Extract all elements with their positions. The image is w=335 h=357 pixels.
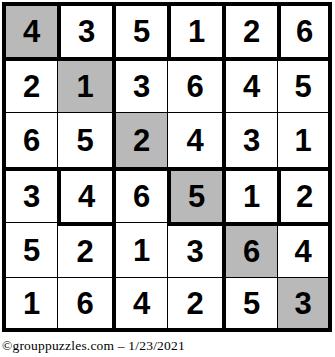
cell-r1c2: 3 <box>57 2 112 57</box>
cell-r4c6: 2 <box>277 167 332 222</box>
cell-r3c6: 1 <box>277 112 332 167</box>
cell-r4c4: 5 <box>167 167 222 222</box>
cell-r6c5: 5 <box>222 277 277 332</box>
cell-r5c6: 4 <box>277 222 332 277</box>
cell-r1c6: 6 <box>277 2 332 57</box>
cell-r2c5: 4 <box>222 57 277 112</box>
cell-r3c2: 5 <box>57 112 112 167</box>
cell-r6c2: 6 <box>57 277 112 332</box>
cell-r4c5: 1 <box>222 167 277 222</box>
cell-r3c5: 3 <box>222 112 277 167</box>
cell-r5c5: 6 <box>222 222 277 277</box>
cell-r5c3: 1 <box>112 222 167 277</box>
cell-r1c5: 2 <box>222 2 277 57</box>
copyright-footer: ©grouppuzzles.com – 1/23/2021 <box>2 338 185 354</box>
cell-r3c4: 4 <box>167 112 222 167</box>
cell-r6c6: 3 <box>277 277 332 332</box>
cell-r6c1: 1 <box>2 277 57 332</box>
cell-r3c3: 2 <box>112 112 167 167</box>
cell-r4c2: 4 <box>57 167 112 222</box>
puzzle-image: 435126213645652431346512521364164253 ©gr… <box>0 0 335 357</box>
cell-r2c6: 5 <box>277 57 332 112</box>
cell-r4c1: 3 <box>2 167 57 222</box>
cell-r5c1: 5 <box>2 222 57 277</box>
cell-r6c4: 2 <box>167 277 222 332</box>
cell-r1c3: 5 <box>112 2 167 57</box>
cell-r2c1: 2 <box>2 57 57 112</box>
cell-r4c3: 6 <box>112 167 167 222</box>
cell-r2c2: 1 <box>57 57 112 112</box>
cell-r1c4: 1 <box>167 2 222 57</box>
cell-r5c2: 2 <box>57 222 112 277</box>
cell-r2c4: 6 <box>167 57 222 112</box>
cell-r5c4: 3 <box>167 222 222 277</box>
sudoku-board: 435126213645652431346512521364164253 <box>2 2 332 332</box>
cell-r3c1: 6 <box>2 112 57 167</box>
cell-r6c3: 4 <box>112 277 167 332</box>
cell-r1c1: 4 <box>2 2 57 57</box>
cell-r2c3: 3 <box>112 57 167 112</box>
